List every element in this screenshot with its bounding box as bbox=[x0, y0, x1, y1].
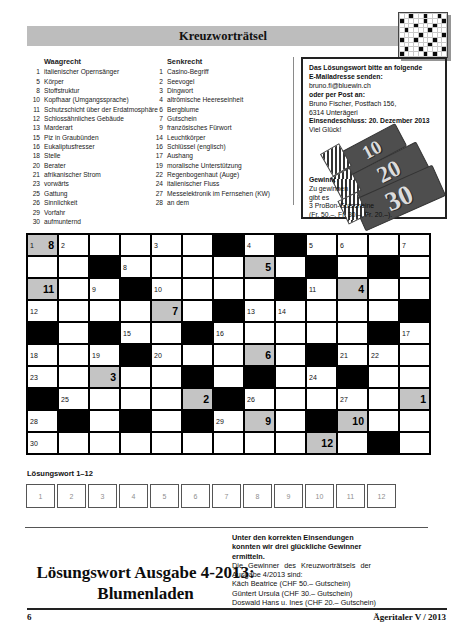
grid-cell bbox=[276, 279, 305, 299]
clue-item-text: französisches Fürwort bbox=[167, 123, 232, 132]
clue-number: 13 bbox=[247, 308, 255, 315]
clue-item-number: 29 bbox=[27, 208, 40, 217]
clue-item-text: afrikanischer Strom bbox=[44, 170, 101, 179]
text-line: konnten wir drei glückliche Gewinner bbox=[232, 542, 447, 551]
grid-cell[interactable]: 10 bbox=[338, 411, 367, 431]
grid-cell[interactable] bbox=[152, 257, 181, 277]
icon-cell bbox=[433, 19, 437, 23]
clue-number: 16 bbox=[216, 330, 224, 337]
icon-cell bbox=[438, 33, 442, 37]
prize-area: 10 20 30 Gewinn:Zu gewinnengibt es3 ProB… bbox=[309, 137, 439, 221]
text-line: oder per Post an: bbox=[309, 91, 439, 100]
clue-item-text: Schlüssel (englisch) bbox=[167, 142, 226, 151]
previous-solution: Lösungswort Ausgabe 4-2013: Blumenladen bbox=[28, 562, 263, 604]
icon-cell bbox=[414, 14, 418, 18]
grid-cell[interactable] bbox=[90, 301, 119, 321]
icon-cell bbox=[438, 19, 442, 23]
grid-cell[interactable] bbox=[400, 411, 429, 431]
grid-cell[interactable] bbox=[307, 389, 336, 409]
grid-cell[interactable] bbox=[90, 235, 119, 255]
grid-cell[interactable] bbox=[121, 433, 150, 453]
clue-item-number: 12 bbox=[27, 114, 40, 123]
text-line: Käch Beatrice (CHF 50.– Gutschein) bbox=[232, 579, 447, 588]
grid-cell[interactable]: 16 bbox=[214, 323, 243, 343]
grid-cell[interactable]: 12 bbox=[28, 301, 57, 321]
grid-cell[interactable] bbox=[214, 257, 243, 277]
grid-cell[interactable] bbox=[152, 389, 181, 409]
grid-cell[interactable]: 81 bbox=[28, 235, 57, 255]
clue-item-text: altrömische Heereseinheit bbox=[167, 95, 243, 104]
grid-cell bbox=[214, 301, 243, 321]
grid-cell[interactable]: 26 bbox=[245, 389, 274, 409]
icon-cell bbox=[442, 28, 446, 32]
grid-cell[interactable]: 7 bbox=[400, 235, 429, 255]
icon-cell bbox=[405, 14, 409, 18]
text-line: Das Lösungswort bitte an folgende bbox=[309, 64, 439, 73]
text-line: Ausgabe 4/2013 sind: bbox=[232, 570, 447, 579]
clue-item: 22Regenbogenhaut (Auge) bbox=[150, 170, 270, 179]
solution-number: 4 bbox=[358, 284, 364, 295]
icon-cell bbox=[442, 52, 446, 56]
grid-cell[interactable]: 5 bbox=[245, 257, 274, 277]
grid-cell[interactable]: 6 bbox=[245, 345, 274, 365]
icon-cell bbox=[428, 19, 432, 23]
clue-item-text: Schutzschicht über der Erdatmosphäre bbox=[44, 105, 158, 114]
clue-item: 16Schlüssel (englisch) bbox=[150, 142, 270, 151]
grid-cell[interactable] bbox=[307, 323, 336, 343]
icon-cell bbox=[419, 24, 423, 28]
grid-cell bbox=[183, 411, 212, 431]
clue-item-number: 2 bbox=[150, 77, 163, 86]
crossword-decor-icon bbox=[398, 12, 448, 58]
grid-cell[interactable]: 4 bbox=[338, 279, 367, 299]
grid-cell bbox=[121, 411, 150, 431]
clue-number: 1 bbox=[30, 242, 34, 249]
grid-cell[interactable]: 18 bbox=[28, 345, 57, 365]
clue-item-text: Gattung bbox=[44, 189, 67, 198]
grid-cell[interactable]: 21 bbox=[338, 345, 367, 365]
clue-item-number: 23 bbox=[27, 179, 40, 188]
clue-item: 2Seevogel bbox=[150, 77, 270, 86]
clue-item: 17Aushang bbox=[150, 151, 270, 160]
icon-cell bbox=[400, 43, 404, 47]
icon-cell bbox=[438, 47, 442, 51]
grid-cell[interactable]: 28 bbox=[28, 411, 57, 431]
clue-item-number: 16 bbox=[150, 142, 163, 151]
clue-number: 10 bbox=[154, 286, 162, 293]
icon-cell bbox=[433, 28, 437, 32]
grid-cell[interactable] bbox=[245, 279, 274, 299]
grid-cell[interactable] bbox=[400, 279, 429, 299]
grid-cell bbox=[214, 389, 243, 409]
clue-number: 23 bbox=[30, 374, 38, 381]
grid-cell[interactable]: 15 bbox=[121, 323, 150, 343]
icon-cell bbox=[400, 24, 404, 28]
grid-cell[interactable] bbox=[183, 301, 212, 321]
icon-cell bbox=[400, 33, 404, 37]
clue-item: 16Eukaliptusfresser bbox=[27, 142, 158, 151]
clue-item-text: moralische Unterstützung bbox=[167, 161, 242, 170]
icon-cell bbox=[428, 47, 432, 51]
clue-item-number: 1 bbox=[150, 67, 163, 76]
clues-across: Waagrecht 1italienischer Opernsänger5Kör… bbox=[27, 57, 158, 226]
icon-cell bbox=[438, 38, 442, 42]
previous-solution-word: Blumenladen bbox=[28, 583, 263, 604]
clue-item-text: Gutschein bbox=[167, 114, 197, 123]
grid-cell[interactable] bbox=[214, 433, 243, 453]
clue-item: 21afrikanischer Strom bbox=[27, 170, 158, 179]
clue-number: 30 bbox=[30, 440, 38, 447]
clue-item-text: italienischer Fluss bbox=[167, 179, 219, 188]
clue-item-number: 17 bbox=[150, 151, 163, 160]
icon-cell bbox=[424, 33, 428, 37]
grid-cell[interactable]: 2 bbox=[183, 389, 212, 409]
grid-cell[interactable]: 19 bbox=[90, 345, 119, 365]
grid-cell[interactable]: 24 bbox=[307, 367, 336, 387]
icon-cell bbox=[405, 38, 409, 42]
clue-item: 29Vorfahr bbox=[27, 208, 158, 217]
icon-cell bbox=[424, 14, 428, 18]
grid-cell[interactable]: 27 bbox=[338, 389, 367, 409]
icon-cell bbox=[428, 28, 432, 32]
icon-cell bbox=[409, 33, 413, 37]
grid-cell[interactable] bbox=[369, 389, 398, 409]
solution-number: 1 bbox=[420, 394, 426, 405]
grid-cell[interactable] bbox=[338, 301, 367, 321]
icon-cell bbox=[409, 28, 413, 32]
grid-cell bbox=[90, 257, 119, 277]
solution-letter-box[interactable]: 8 bbox=[243, 484, 272, 508]
clue-number: 29 bbox=[216, 418, 224, 425]
grid-cell[interactable]: 7 bbox=[152, 301, 181, 321]
clue-item-number: 22 bbox=[150, 170, 163, 179]
solution-word-label: Lösungswort 1–12 bbox=[27, 469, 93, 478]
grid-cell bbox=[28, 323, 57, 343]
grid-cell[interactable]: 3 bbox=[90, 367, 119, 387]
clue-item-text: Berater bbox=[44, 161, 66, 170]
clue-number: 17 bbox=[402, 330, 410, 337]
clue-item: 9französisches Fürwort bbox=[150, 123, 270, 132]
grid-cell[interactable]: 2 bbox=[59, 235, 88, 255]
clue-item: 10Kopfhaar (Umgangssprache) bbox=[27, 95, 158, 104]
clue-item-text: Marderart bbox=[44, 123, 73, 132]
grid-cell[interactable] bbox=[121, 389, 150, 409]
grid-cell[interactable] bbox=[59, 323, 88, 343]
solution-number: 9 bbox=[265, 416, 271, 427]
grid-cell[interactable]: 17 bbox=[400, 323, 429, 343]
grid-cell[interactable] bbox=[59, 257, 88, 277]
grid-cell[interactable] bbox=[245, 323, 274, 343]
previous-solution-line1: Lösungswort Ausgabe 4-2013: bbox=[28, 562, 263, 583]
clue-number: 18 bbox=[30, 352, 38, 359]
grid-cell[interactable] bbox=[59, 301, 88, 321]
down-list: 1Casino-Begriff2Seevogel3Dingwort4altröm… bbox=[150, 67, 270, 207]
text-line: ermitteln. bbox=[232, 552, 447, 561]
solution-letter-box[interactable]: 4 bbox=[119, 484, 148, 508]
icon-cell bbox=[414, 43, 418, 47]
grid-cell[interactable] bbox=[183, 345, 212, 365]
icon-cell bbox=[414, 47, 418, 51]
grid-cell[interactable]: 11 bbox=[28, 279, 57, 299]
vertical-divider bbox=[293, 57, 294, 205]
clue-item-number: 20 bbox=[27, 161, 40, 170]
clue-number: 4 bbox=[247, 242, 251, 249]
clue-item: 8Stoffstruktur bbox=[27, 86, 158, 95]
icon-cell bbox=[405, 47, 409, 51]
grid-cell[interactable] bbox=[90, 389, 119, 409]
icon-cell bbox=[409, 47, 413, 51]
icon-cell bbox=[419, 28, 423, 32]
clue-number: 24 bbox=[309, 374, 317, 381]
icon-cell bbox=[438, 24, 442, 28]
clue-item-number: 4 bbox=[150, 95, 163, 104]
icon-cell bbox=[433, 14, 437, 18]
grid-cell[interactable] bbox=[276, 257, 305, 277]
grid-cell[interactable] bbox=[28, 257, 57, 277]
prize-text: Gewinn:Zu gewinnengibt es3 ProBon-Gutsch… bbox=[309, 176, 392, 221]
icon-cell bbox=[428, 14, 432, 18]
grid-cell[interactable] bbox=[214, 345, 243, 365]
icon-cell bbox=[400, 19, 404, 23]
clue-number: 21 bbox=[340, 352, 348, 359]
grid-cell[interactable] bbox=[338, 257, 367, 277]
grid-cell[interactable] bbox=[276, 367, 305, 387]
clue-item-text: aufmunternd bbox=[44, 217, 81, 226]
clue-number: 6 bbox=[340, 242, 344, 249]
grid-cell[interactable]: 6 bbox=[338, 235, 367, 255]
solution-letter-box[interactable]: 10 bbox=[305, 484, 334, 508]
grid-cell[interactable] bbox=[276, 433, 305, 453]
grid-cell[interactable] bbox=[152, 323, 181, 343]
solution-number: 10 bbox=[352, 416, 364, 427]
solution-letter-box[interactable]: 3 bbox=[88, 484, 117, 508]
clue-number: 12 bbox=[30, 308, 38, 315]
grid-cell[interactable]: 30 bbox=[28, 433, 57, 453]
solution-letter-box[interactable]: 12 bbox=[367, 484, 396, 508]
grid-cell[interactable]: 11 bbox=[307, 279, 336, 299]
grid-cell[interactable] bbox=[183, 279, 212, 299]
grid-cell[interactable] bbox=[369, 279, 398, 299]
grid-cell bbox=[90, 323, 119, 343]
solution-letter-box[interactable]: 1 bbox=[26, 484, 55, 508]
submission-text: Das Lösungswort bitte an folgendeE-Maila… bbox=[309, 64, 439, 135]
grid-cell[interactable] bbox=[307, 301, 336, 321]
solution-number: 7 bbox=[172, 306, 178, 317]
icon-cell bbox=[419, 47, 423, 51]
clue-item: 15Piz in Graubünden bbox=[27, 133, 158, 142]
clue-item-text: Kopfhaar (Umgangssprache) bbox=[44, 95, 129, 104]
across-list: 1italienischer Opernsänger5Körper8Stoffs… bbox=[27, 67, 158, 226]
grid-cell[interactable]: 5 bbox=[307, 235, 336, 255]
grid-cell[interactable] bbox=[59, 433, 88, 453]
grid-cell[interactable] bbox=[121, 235, 150, 255]
icon-cell bbox=[414, 33, 418, 37]
icon-cell bbox=[400, 38, 404, 42]
clue-item: 23vorwärts bbox=[27, 179, 158, 188]
clue-item-text: Aushang bbox=[167, 151, 193, 160]
grid-cell[interactable]: 29 bbox=[214, 411, 243, 431]
grid-cell[interactable] bbox=[183, 433, 212, 453]
grid-cell[interactable] bbox=[400, 367, 429, 387]
grid-cell[interactable] bbox=[400, 345, 429, 365]
grid-cell[interactable]: 14 bbox=[276, 301, 305, 321]
clue-item: 5Körper bbox=[27, 77, 158, 86]
grid-cell[interactable] bbox=[90, 411, 119, 431]
grid-cell[interactable]: 13 bbox=[245, 301, 274, 321]
icon-cell bbox=[405, 52, 409, 56]
clue-number: 11 bbox=[309, 286, 316, 293]
icon-cell bbox=[428, 52, 432, 56]
grid-cell[interactable]: 1 bbox=[400, 389, 429, 409]
clue-item: 28an dem bbox=[150, 198, 270, 207]
clue-item-number: 19 bbox=[150, 161, 163, 170]
icon-cell bbox=[405, 43, 409, 47]
crossword-grid: 8123456785119101141271314151617181920621… bbox=[26, 233, 431, 455]
clue-item-number: 26 bbox=[27, 198, 40, 207]
grid-cell[interactable] bbox=[183, 235, 212, 255]
clue-item-text: Regenbogenhaut (Auge) bbox=[167, 170, 239, 179]
grid-cell[interactable]: 23 bbox=[28, 367, 57, 387]
icon-cell bbox=[419, 38, 423, 42]
text-line: 6314 Unterägeri bbox=[309, 109, 439, 118]
icon-cell bbox=[433, 38, 437, 42]
clue-item-text: Vorfahr bbox=[44, 208, 65, 217]
solution-number: 8 bbox=[48, 240, 54, 251]
grid-cell[interactable]: 9 bbox=[90, 279, 119, 299]
text-line: Zu gewinnen bbox=[309, 185, 392, 194]
icon-cell bbox=[400, 52, 404, 56]
icon-cell bbox=[442, 24, 446, 28]
grid-cell[interactable] bbox=[369, 301, 398, 321]
clue-item-number: 21 bbox=[27, 170, 40, 179]
clue-item: 1italienischer Opernsänger bbox=[27, 67, 158, 76]
grid-cell[interactable] bbox=[90, 433, 119, 453]
text-line: gibt es bbox=[309, 194, 392, 203]
clue-item-number: 16 bbox=[27, 142, 40, 151]
clue-item: 6Bergblume bbox=[150, 105, 270, 114]
grid-cell[interactable]: 12 bbox=[307, 433, 336, 453]
clue-item-text: Eukaliptusfresser bbox=[44, 142, 95, 151]
grid-cell[interactable] bbox=[214, 279, 243, 299]
icon-cell bbox=[433, 52, 437, 56]
icon-cell bbox=[405, 28, 409, 32]
grid-cell[interactable]: 3 bbox=[152, 235, 181, 255]
clue-item-number: 30 bbox=[27, 217, 40, 226]
grid-cell[interactable] bbox=[245, 433, 274, 453]
clue-item: 20Berater bbox=[27, 161, 158, 170]
icon-cell bbox=[405, 19, 409, 23]
grid-cell[interactable] bbox=[276, 411, 305, 431]
grid-cell[interactable]: 25 bbox=[59, 389, 88, 409]
clue-item: 4altrömische Heereseinheit bbox=[150, 95, 270, 104]
grid-cell[interactable]: 4 bbox=[245, 235, 274, 255]
grid-cell bbox=[307, 257, 336, 277]
grid-cell bbox=[338, 367, 367, 387]
clue-item: 26Sinnlichkeit bbox=[27, 198, 158, 207]
clue-item-number: 3 bbox=[150, 86, 163, 95]
clue-number: 7 bbox=[402, 242, 406, 249]
grid-cell bbox=[276, 235, 305, 255]
solution-letter-box[interactable]: 9 bbox=[274, 484, 303, 508]
icon-cell bbox=[424, 43, 428, 47]
solution-letter-box[interactable]: 7 bbox=[212, 484, 241, 508]
icon-cell bbox=[442, 33, 446, 37]
grid-cell[interactable] bbox=[400, 257, 429, 277]
grid-cell[interactable]: 20 bbox=[152, 345, 181, 365]
solution-letter-box[interactable]: 6 bbox=[181, 484, 210, 508]
grid-cell[interactable] bbox=[59, 345, 88, 365]
icon-cell bbox=[400, 47, 404, 51]
solution-letter-box[interactable]: 11 bbox=[336, 484, 365, 508]
grid-cell bbox=[121, 345, 150, 365]
solution-letter-box[interactable]: 2 bbox=[57, 484, 86, 508]
grid-cell[interactable] bbox=[183, 257, 212, 277]
grid-cell[interactable] bbox=[121, 301, 150, 321]
grid-cell[interactable] bbox=[400, 433, 429, 453]
grid-cell[interactable] bbox=[276, 345, 305, 365]
solution-number: 12 bbox=[321, 438, 333, 449]
clue-item-text: Dingwort bbox=[167, 86, 193, 95]
clue-number: 28 bbox=[30, 418, 38, 425]
clue-item-text: Bergblume bbox=[167, 105, 199, 114]
clue-item-text: Körper bbox=[44, 77, 64, 86]
grid-cell[interactable] bbox=[369, 367, 398, 387]
icon-cell bbox=[409, 24, 413, 28]
grid-cell[interactable]: 8 bbox=[121, 257, 150, 277]
clue-item-text: an dem bbox=[167, 198, 189, 207]
clue-number: 8 bbox=[123, 264, 127, 271]
icon-cell bbox=[424, 52, 428, 56]
icon-cell bbox=[409, 52, 413, 56]
clue-item-number: 10 bbox=[27, 95, 40, 104]
clue-number: 26 bbox=[247, 396, 255, 403]
grid-cell[interactable]: 9 bbox=[245, 411, 274, 431]
icon-cell bbox=[409, 38, 413, 42]
grid-cell[interactable] bbox=[59, 279, 88, 299]
grid-cell[interactable] bbox=[121, 367, 150, 387]
grid-cell[interactable] bbox=[276, 323, 305, 343]
clue-item: 7Gutschein bbox=[150, 114, 270, 123]
icon-cell bbox=[433, 43, 437, 47]
grid-cell[interactable] bbox=[276, 389, 305, 409]
clue-item: 12Schlossähnliches Gebäude bbox=[27, 114, 158, 123]
solution-word-row: 123456789101112 bbox=[26, 484, 396, 508]
solution-letter-box[interactable]: 5 bbox=[150, 484, 179, 508]
clue-number: 2 bbox=[61, 242, 65, 249]
winners-paragraph: Unter den korrekten Einsendungenkonnten … bbox=[232, 533, 447, 607]
grid-cell[interactable]: 10 bbox=[152, 279, 181, 299]
grid-cell[interactable] bbox=[369, 235, 398, 255]
icon-cell bbox=[400, 14, 404, 18]
grid-cell[interactable] bbox=[338, 433, 367, 453]
divider-rule bbox=[25, 527, 428, 528]
grid-cell[interactable] bbox=[369, 411, 398, 431]
clue-number: 5 bbox=[309, 242, 313, 249]
grid-cell bbox=[245, 367, 274, 387]
grid-cell[interactable] bbox=[214, 367, 243, 387]
clue-number: 9 bbox=[92, 286, 96, 293]
solution-number: 5 bbox=[265, 262, 271, 273]
clue-item-number: 1 bbox=[27, 67, 40, 76]
grid-cell[interactable]: 22 bbox=[369, 345, 398, 365]
icon-cell bbox=[424, 47, 428, 51]
grid-cell[interactable] bbox=[59, 367, 88, 387]
grid-cell[interactable] bbox=[152, 367, 181, 387]
grid-cell[interactable] bbox=[338, 323, 367, 343]
icon-cell bbox=[442, 38, 446, 42]
grid-cell[interactable] bbox=[152, 411, 181, 431]
grid-cell[interactable] bbox=[152, 433, 181, 453]
